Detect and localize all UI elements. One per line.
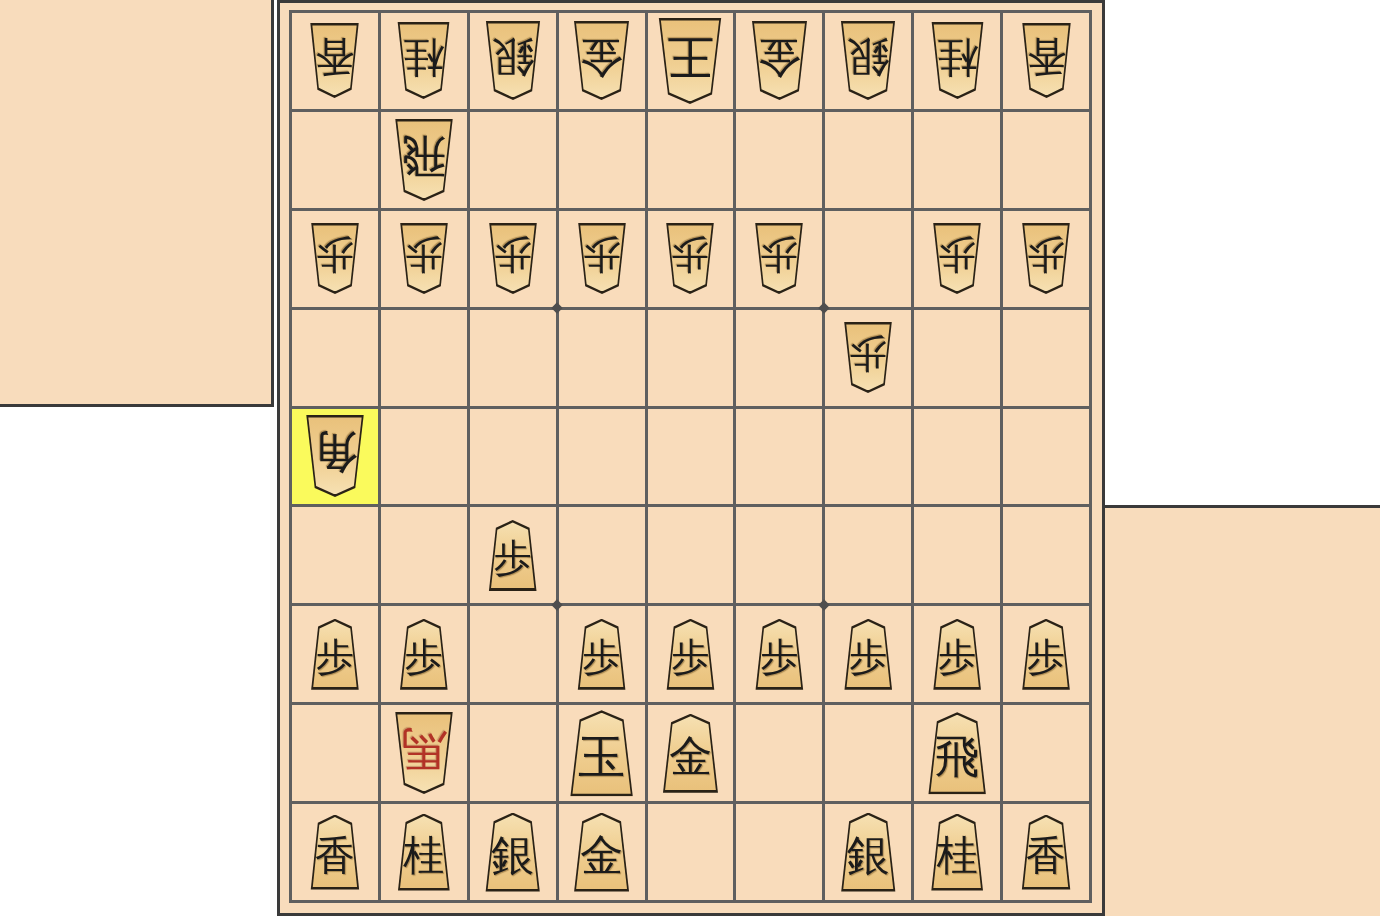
square-2a[interactable]: 桂 — [914, 13, 1000, 109]
square-4e[interactable] — [736, 409, 822, 505]
piece-face: 桂 — [395, 816, 453, 888]
lance-kanji-glyph: 香 — [1026, 829, 1066, 875]
shogi-app: 香桂銀金王金銀桂香飛歩歩歩歩歩歩歩歩歩角歩歩歩歩歩歩歩歩歩馬玉金飛香桂銀金銀桂香 — [0, 0, 1380, 916]
square-4h[interactable] — [736, 705, 822, 801]
pawn-kanji-glyph: 歩 — [1027, 237, 1065, 281]
piece-face: 歩 — [664, 621, 717, 687]
piece-face: 飛 — [391, 121, 456, 198]
piece-face: 香 — [1019, 26, 1073, 96]
piece-sente-pawn-2g[interactable]: 歩 — [928, 619, 986, 690]
knight-kanji-glyph: 桂 — [403, 829, 444, 876]
piece-face: 王 — [655, 20, 726, 101]
piece-face: 金 — [571, 24, 633, 98]
piece-face: 香 — [308, 817, 362, 887]
square-9h[interactable] — [292, 705, 378, 801]
piece-face: 玉 — [566, 713, 637, 794]
square-6b[interactable] — [559, 112, 645, 208]
square-5b[interactable] — [648, 112, 734, 208]
pawn-kanji-glyph: 歩 — [494, 533, 532, 577]
pawn-kanji-glyph: 歩 — [938, 632, 976, 676]
square-1c[interactable]: 歩 — [1003, 211, 1089, 307]
square-9g[interactable]: 歩 — [292, 606, 378, 702]
pawn-kanji-glyph: 歩 — [849, 632, 887, 676]
square-7g[interactable] — [470, 606, 556, 702]
square-9d[interactable] — [292, 310, 378, 406]
square-9b[interactable] — [292, 112, 378, 208]
square-1g[interactable]: 歩 — [1003, 606, 1089, 702]
gold-kanji-glyph: 金 — [758, 36, 801, 85]
piece-face: 歩 — [308, 621, 361, 687]
piece-sente-gold-6i[interactable]: 金 — [568, 813, 635, 892]
piece-gote-rook-8b[interactable]: 飛 — [389, 119, 459, 201]
piece-sente-silver-7i[interactable]: 銀 — [480, 813, 546, 892]
square-4c[interactable]: 歩 — [736, 211, 822, 307]
square-4i[interactable] — [736, 804, 822, 900]
piece-face: 歩 — [1020, 226, 1073, 292]
piece-face: 歩 — [753, 226, 806, 292]
square-5i[interactable] — [648, 804, 734, 900]
piece-sente-king-6h[interactable]: 玉 — [564, 710, 640, 796]
square-6h[interactable]: 玉 — [559, 705, 645, 801]
gote-captured-tray — [0, 0, 274, 407]
square-2g[interactable]: 歩 — [914, 606, 1000, 702]
square-7f[interactable]: 歩 — [470, 507, 556, 603]
square-8b[interactable]: 飛 — [381, 112, 467, 208]
piece-face: 歩 — [1020, 621, 1073, 687]
piece-gote-pawn-5c[interactable]: 歩 — [661, 223, 719, 294]
knight-kanji-glyph: 桂 — [937, 37, 978, 84]
square-1f[interactable] — [1003, 507, 1089, 603]
bishop-kanji-glyph: 角 — [312, 431, 357, 482]
piece-sente-pawn-5g[interactable]: 歩 — [661, 619, 719, 690]
rook-kanji-glyph: 飛 — [935, 728, 980, 779]
square-1h[interactable] — [1003, 705, 1089, 801]
pawn-kanji-glyph: 歩 — [316, 632, 354, 676]
piece-face: 銀 — [838, 24, 899, 98]
square-3h[interactable] — [825, 705, 911, 801]
square-9i[interactable]: 香 — [292, 804, 378, 900]
piece-face: 銀 — [482, 24, 543, 98]
piece-sente-pawn-8g[interactable]: 歩 — [395, 619, 453, 690]
square-1d[interactable] — [1003, 310, 1089, 406]
piece-sente-lance-9i[interactable]: 香 — [305, 815, 364, 890]
piece-gote-pawn-4c[interactable]: 歩 — [750, 223, 808, 294]
sente-captured-tray — [1105, 505, 1380, 916]
square-6e[interactable] — [559, 409, 645, 505]
square-9f[interactable] — [292, 507, 378, 603]
square-6i[interactable]: 金 — [559, 804, 645, 900]
gold-kanji-glyph: 金 — [580, 828, 623, 877]
piece-gote-pawn-7c[interactable]: 歩 — [484, 223, 542, 294]
piece-gote-lance-9a[interactable]: 香 — [305, 23, 364, 98]
square-8i[interactable]: 桂 — [381, 804, 467, 900]
pawn-kanji-glyph: 歩 — [760, 632, 798, 676]
square-6d[interactable] — [559, 310, 645, 406]
pawn-kanji-glyph: 歩 — [1027, 632, 1065, 676]
square-5f[interactable] — [648, 507, 734, 603]
square-2h[interactable]: 飛 — [914, 705, 1000, 801]
square-3b[interactable] — [825, 112, 911, 208]
square-3d[interactable]: 歩 — [825, 310, 911, 406]
pawn-kanji-glyph: 歩 — [583, 632, 621, 676]
square-4d[interactable] — [736, 310, 822, 406]
square-3i[interactable]: 銀 — [825, 804, 911, 900]
square-5h[interactable]: 金 — [648, 705, 734, 801]
piece-face: 歩 — [575, 226, 628, 292]
piece-gote-lance-1a[interactable]: 香 — [1017, 23, 1076, 98]
square-9c[interactable]: 歩 — [292, 211, 378, 307]
pawn-kanji-glyph: 歩 — [405, 237, 443, 281]
rook-kanji-glyph: 飛 — [401, 134, 446, 185]
square-1a[interactable]: 香 — [1003, 13, 1089, 109]
silver-kanji-glyph: 銀 — [491, 828, 534, 877]
horse-kanji-glyph: 馬 — [401, 728, 446, 779]
square-1i[interactable]: 香 — [1003, 804, 1089, 900]
piece-face: 金 — [571, 815, 633, 889]
square-2b[interactable] — [914, 112, 1000, 208]
square-3f[interactable] — [825, 507, 911, 603]
piece-sente-rook-2h[interactable]: 飛 — [922, 712, 992, 794]
square-9a[interactable]: 香 — [292, 13, 378, 109]
piece-gote-pawn-1c[interactable]: 歩 — [1017, 223, 1075, 294]
piece-sente-pawn-1g[interactable]: 歩 — [1017, 619, 1075, 690]
piece-face: 歩 — [575, 621, 628, 687]
piece-sente-pawn-3g[interactable]: 歩 — [839, 619, 897, 690]
gold-kanji-glyph: 金 — [580, 36, 623, 85]
piece-face: 金 — [659, 716, 721, 790]
piece-face: 歩 — [842, 325, 895, 391]
piece-face: 歩 — [397, 621, 450, 687]
piece-face: 角 — [302, 418, 367, 495]
pawn-kanji-glyph: 歩 — [583, 237, 621, 281]
piece-gote-knight-8a[interactable]: 桂 — [392, 22, 455, 99]
square-5c[interactable]: 歩 — [648, 211, 734, 307]
piece-face: 桂 — [928, 816, 986, 888]
square-3c[interactable] — [825, 211, 911, 307]
square-8h[interactable]: 馬 — [381, 705, 467, 801]
piece-sente-pawn-7f[interactable]: 歩 — [484, 520, 542, 591]
piece-face: 歩 — [486, 226, 539, 292]
square-3g[interactable]: 歩 — [825, 606, 911, 702]
square-2i[interactable]: 桂 — [914, 804, 1000, 900]
piece-face: 歩 — [842, 621, 895, 687]
square-8a[interactable]: 桂 — [381, 13, 467, 109]
piece-face: 馬 — [391, 715, 456, 792]
square-4g[interactable]: 歩 — [736, 606, 822, 702]
square-1b[interactable] — [1003, 112, 1089, 208]
square-5a[interactable]: 王 — [648, 13, 734, 109]
piece-face: 飛 — [925, 715, 990, 792]
pawn-kanji-glyph: 歩 — [760, 237, 798, 281]
piece-sente-lance-1i[interactable]: 香 — [1017, 815, 1076, 890]
piece-sente-pawn-9g[interactable]: 歩 — [306, 619, 364, 690]
square-3a[interactable]: 銀 — [825, 13, 911, 109]
square-6f[interactable] — [559, 507, 645, 603]
lance-kanji-glyph: 香 — [1026, 38, 1066, 84]
pawn-kanji-glyph: 歩 — [849, 336, 887, 380]
silver-kanji-glyph: 銀 — [847, 828, 890, 877]
square-5g[interactable]: 歩 — [648, 606, 734, 702]
square-6g[interactable]: 歩 — [559, 606, 645, 702]
square-5e[interactable] — [648, 409, 734, 505]
piece-sente-silver-3i[interactable]: 銀 — [835, 813, 901, 892]
piece-face: 銀 — [482, 815, 543, 889]
piece-sente-gold-5h[interactable]: 金 — [657, 714, 724, 793]
piece-face: 歩 — [664, 226, 717, 292]
pawn-kanji-glyph: 歩 — [494, 237, 532, 281]
piece-gote-pawn-9c[interactable]: 歩 — [306, 223, 364, 294]
silver-kanji-glyph: 銀 — [847, 36, 890, 85]
square-2e[interactable] — [914, 409, 1000, 505]
piece-sente-pawn-4g[interactable]: 歩 — [750, 619, 808, 690]
piece-gote-silver-3a[interactable]: 銀 — [835, 21, 901, 100]
king-kanji-glyph: 玉 — [578, 727, 625, 780]
square-7e[interactable] — [470, 409, 556, 505]
piece-face: 金 — [748, 24, 810, 98]
piece-face: 歩 — [308, 226, 361, 292]
piece-gote-king-5a[interactable]: 王 — [652, 18, 728, 104]
piece-gote-pawn-2c[interactable]: 歩 — [928, 223, 986, 294]
square-8f[interactable] — [381, 507, 467, 603]
square-7d[interactable] — [470, 310, 556, 406]
square-1e[interactable] — [1003, 409, 1089, 505]
piece-face: 香 — [1019, 817, 1073, 887]
square-4b[interactable] — [736, 112, 822, 208]
square-4a[interactable]: 金 — [736, 13, 822, 109]
square-2f[interactable] — [914, 507, 1000, 603]
square-8g[interactable]: 歩 — [381, 606, 467, 702]
piece-sente-knight-8i[interactable]: 桂 — [392, 814, 455, 891]
piece-face: 歩 — [931, 621, 984, 687]
square-7a[interactable]: 銀 — [470, 13, 556, 109]
pawn-kanji-glyph: 歩 — [671, 237, 709, 281]
piece-gote-pawn-6c[interactable]: 歩 — [573, 223, 631, 294]
silver-kanji-glyph: 銀 — [491, 36, 534, 85]
shogi-board-grid: 香桂銀金王金銀桂香飛歩歩歩歩歩歩歩歩歩角歩歩歩歩歩歩歩歩歩馬玉金飛香桂銀金銀桂香 — [289, 10, 1092, 903]
lance-kanji-glyph: 香 — [315, 829, 355, 875]
piece-gote-silver-7a[interactable]: 銀 — [480, 21, 546, 100]
square-2d[interactable] — [914, 310, 1000, 406]
piece-face: 香 — [308, 26, 362, 96]
piece-gote-knight-2a[interactable]: 桂 — [926, 22, 989, 99]
piece-face: 歩 — [397, 226, 450, 292]
pawn-kanji-glyph: 歩 — [405, 632, 443, 676]
square-2c[interactable]: 歩 — [914, 211, 1000, 307]
piece-sente-knight-2i[interactable]: 桂 — [926, 814, 989, 891]
square-6c[interactable]: 歩 — [559, 211, 645, 307]
square-8e[interactable] — [381, 409, 467, 505]
piece-face: 桂 — [395, 25, 453, 97]
square-7b[interactable] — [470, 112, 556, 208]
gold-kanji-glyph: 金 — [669, 729, 712, 778]
piece-face: 歩 — [931, 226, 984, 292]
shogi-board: 香桂銀金王金銀桂香飛歩歩歩歩歩歩歩歩歩角歩歩歩歩歩歩歩歩歩馬玉金飛香桂銀金銀桂香 — [277, 0, 1105, 916]
square-6a[interactable]: 金 — [559, 13, 645, 109]
square-5d[interactable] — [648, 310, 734, 406]
square-7i[interactable]: 銀 — [470, 804, 556, 900]
piece-sente-pawn-6g[interactable]: 歩 — [573, 619, 631, 690]
king-kanji-glyph: 王 — [667, 34, 714, 87]
knight-kanji-glyph: 桂 — [403, 37, 444, 84]
pawn-kanji-glyph: 歩 — [671, 632, 709, 676]
piece-face: 桂 — [928, 25, 986, 97]
piece-face: 銀 — [838, 815, 899, 889]
square-9e[interactable]: 角 — [292, 409, 378, 505]
piece-gote-pawn-3d[interactable]: 歩 — [839, 322, 897, 393]
piece-gote-pawn-8c[interactable]: 歩 — [395, 223, 453, 294]
pawn-kanji-glyph: 歩 — [938, 237, 976, 281]
piece-face: 歩 — [753, 621, 806, 687]
piece-gote-horse-8h[interactable]: 馬 — [389, 712, 459, 794]
square-7h[interactable] — [470, 705, 556, 801]
lance-kanji-glyph: 香 — [315, 38, 355, 84]
pawn-kanji-glyph: 歩 — [316, 237, 354, 281]
knight-kanji-glyph: 桂 — [937, 829, 978, 876]
square-4f[interactable] — [736, 507, 822, 603]
piece-face: 歩 — [486, 522, 539, 588]
square-3e[interactable] — [825, 409, 911, 505]
square-7c[interactable]: 歩 — [470, 211, 556, 307]
piece-gote-gold-6a[interactable]: 金 — [568, 21, 635, 100]
square-8d[interactable] — [381, 310, 467, 406]
piece-gote-bishop-9e[interactable]: 角 — [300, 415, 370, 497]
square-8c[interactable]: 歩 — [381, 211, 467, 307]
piece-gote-gold-4a[interactable]: 金 — [746, 21, 813, 100]
